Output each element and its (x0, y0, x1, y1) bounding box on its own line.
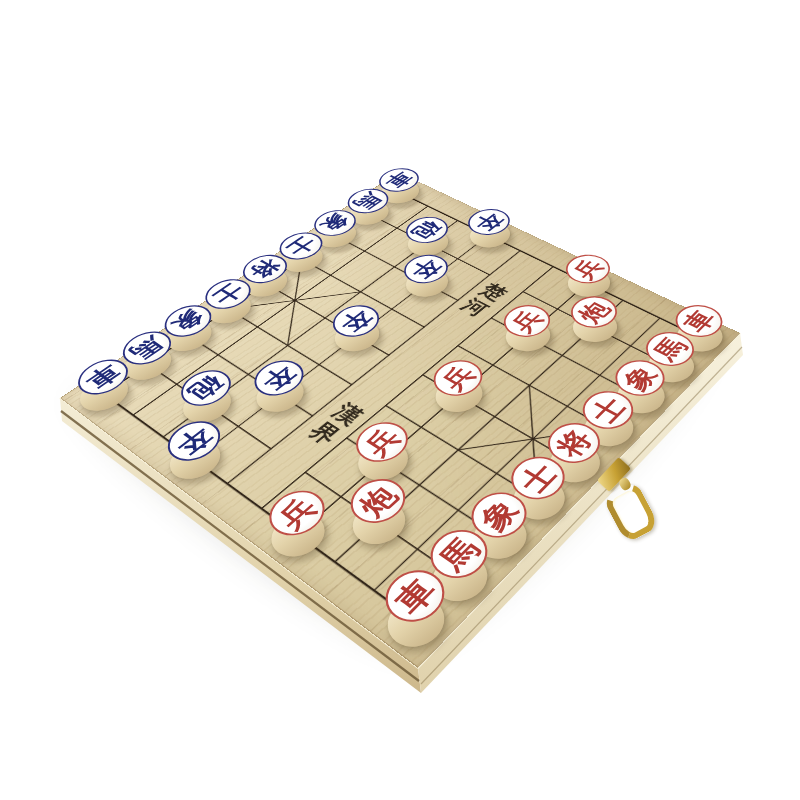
product-photo-stage: 楚河漢界 車馬象士将士象馬車砲砲卒卒卒卒卒兵兵兵兵兵炮炮車馬象士将士象馬車 (0, 0, 800, 800)
